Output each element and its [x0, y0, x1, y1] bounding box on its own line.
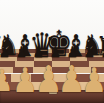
- piece-white-pawn[interactable]: ♟: [80, 63, 104, 97]
- piece-black-pawn[interactable]: ♟: [0, 45, 10, 60]
- piece-black-pawn[interactable]: ♟: [100, 45, 104, 60]
- piece-black-pawn[interactable]: ♟: [15, 45, 28, 60]
- chess-set-photo: ♜♞♝♛♚♝♞♜♟♟♟♟♟♟♟♟♟♟♟♟♟♟♟♟: [0, 0, 104, 103]
